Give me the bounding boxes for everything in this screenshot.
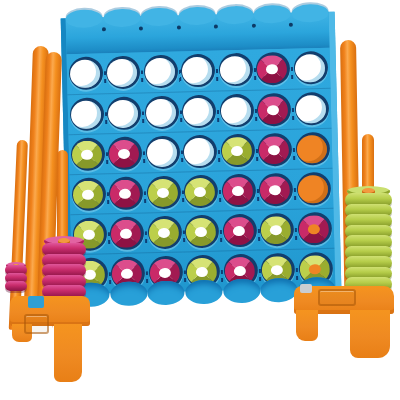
hole-empty [144,58,175,87]
cell-r4c4[interactable] [182,171,221,212]
hole-rim [222,214,257,248]
top-scallop-bump [66,9,103,28]
bottom-scallop-bump [185,280,223,305]
screw-dot [139,26,143,30]
cell-r3c7[interactable] [294,128,333,169]
cell-r2c1[interactable] [68,93,107,134]
hole-rim [106,55,141,89]
cell-r3c6[interactable] [256,129,295,170]
hole-rim [184,175,219,209]
hole-empty [107,59,138,88]
hole-rim [221,174,256,208]
hole-empty [145,99,176,128]
cell-r1c1[interactable] [67,53,106,94]
cell-r1c2[interactable] [104,52,143,93]
hole-rim [71,177,106,211]
product-photo-scene [0,0,400,400]
top-scallop-bump [178,7,215,26]
hole-rim [257,93,292,127]
hole-rim [109,176,144,210]
screw-dot [252,24,256,28]
hole-rim [107,96,142,130]
cell-r5c2[interactable] [108,212,147,253]
pink-ring-stack-front-left[interactable] [5,262,27,291]
cell-r1c7[interactable] [292,48,331,89]
cell-r1c5[interactable] [217,50,256,91]
top-scallop-bump [291,4,328,23]
cell-r5c6[interactable] [258,209,297,250]
hole-empty [108,100,139,129]
hole-rim [108,136,143,170]
hole-rim [143,55,178,89]
hole-empty-orange-behind [298,175,329,204]
cell-r4c2[interactable] [107,172,146,213]
bottom-scallop-bump [223,279,261,304]
cell-r2c5[interactable] [218,90,257,131]
hole-rim [259,173,294,207]
hole-empty [296,95,327,124]
cell-r2c6[interactable] [255,89,294,130]
hole-empty [182,57,213,86]
green-disc [148,219,179,248]
hole-rim [219,94,254,128]
right-foot-embossed-logo [318,289,356,306]
cell-r1c4[interactable] [179,51,218,92]
cell-r1c6[interactable] [254,49,293,90]
hole-empty [184,138,215,167]
cell-r5c3[interactable] [146,211,185,252]
screw-dot [101,27,105,31]
pink-ring[interactable] [5,281,27,291]
cell-r4c3[interactable] [145,171,184,212]
pink-disc [258,96,289,125]
pink-disc [111,219,142,248]
cell-r1c3[interactable] [142,52,181,93]
cell-r5c4[interactable] [183,211,222,252]
cell-r2c2[interactable] [105,92,144,133]
top-scallop-bump [141,8,178,27]
cell-r3c3[interactable] [144,131,183,172]
cell-r2c7[interactable] [293,88,332,129]
cell-r4c7[interactable] [295,168,334,209]
hole-rim [110,216,145,250]
pink-disc [222,177,253,206]
right-foot-grey-clip [300,284,312,293]
hole-rim [294,92,329,126]
right-foot-front-leg [350,310,390,358]
left-foot-embossed-logo [24,314,49,334]
cell-r4c1[interactable] [69,173,108,214]
green-disc [261,216,292,245]
screw-dot [214,25,218,29]
top-scallop-bump [103,8,140,27]
cell-r4c6[interactable] [257,169,296,210]
hole-empty [146,139,177,168]
hole-rim [220,134,255,168]
green-disc [71,140,102,169]
green-ring-stack-right[interactable] [345,186,392,291]
hole-rim [297,212,332,246]
hole-rim [69,97,104,131]
cell-r5c7[interactable] [296,208,335,249]
left-foot-front-leg [54,324,82,382]
pink-disc-orange-centre [298,215,329,244]
hole-rim [296,172,331,206]
hole-rim [147,216,182,250]
left-foot [10,296,90,326]
cell-r3c1[interactable] [69,133,108,174]
pink-disc [260,176,291,205]
hole-rim [258,133,293,167]
screw-dot [177,25,181,29]
cell-r5c5[interactable] [221,210,260,251]
bottom-scallop-bump [110,281,148,306]
top-scallop-bump [254,5,291,24]
green-disc [186,218,217,247]
pink-disc [110,180,141,209]
connect-four-board [61,12,342,295]
cell-r4c5[interactable] [220,170,259,211]
hole-empty [220,97,251,126]
right-foot-rear-leg [296,310,318,341]
green-disc [72,180,103,209]
hole-rim [68,56,103,90]
top-scallop-bump [216,6,253,25]
hole-rim [295,132,330,166]
green-disc [147,179,178,208]
pink-disc [109,140,140,169]
hole-rim [146,176,181,210]
pink-disc [259,136,290,165]
hole-empty [295,54,326,83]
bottom-scallop-bump [260,278,298,303]
hole-empty [219,56,250,85]
cell-r3c2[interactable] [106,132,145,173]
left-ring-rail-pole [57,150,68,245]
hole-rim [145,136,180,170]
hole-empty [183,98,214,127]
hole-rim [293,51,328,85]
hole-rim [183,135,218,169]
board-grid [67,48,336,294]
hole-rim [144,96,179,130]
hole-rim [256,52,291,86]
hole-rim [70,137,105,171]
hole-empty [69,59,100,88]
hole-rim [185,215,220,249]
pink-disc [257,55,288,84]
left-foot-blue-clip [28,296,44,308]
cell-r2c4[interactable] [180,91,219,132]
hole-rim [260,213,295,247]
hole-rim [218,53,253,87]
screw-dot [289,23,293,27]
hole-empty [70,100,101,129]
bottom-scallop-bump [148,280,186,305]
green-disc [185,178,216,207]
pink-disc [223,217,254,246]
cell-r2c3[interactable] [143,91,182,132]
hole-rim [181,54,216,88]
cell-r3c4[interactable] [181,131,220,172]
hole-rim [182,95,217,129]
green-disc [221,137,252,166]
cell-r3c5[interactable] [219,130,258,171]
hole-empty-orange-behind [297,135,328,164]
